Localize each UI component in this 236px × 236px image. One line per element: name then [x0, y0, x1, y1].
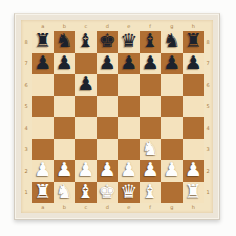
piece-white-pawn[interactable]: ♟	[142, 159, 159, 181]
square-c8[interactable]: ♝	[75, 31, 97, 53]
square-g5[interactable]	[161, 96, 183, 118]
piece-white-pawn[interactable]: ♟	[120, 159, 137, 181]
square-e1[interactable]: ♛	[118, 182, 140, 204]
square-c6[interactable]: ♟	[75, 74, 97, 96]
rank-label-7: 7	[205, 53, 211, 75]
square-g8[interactable]: ♞	[161, 31, 183, 53]
square-g4[interactable]	[161, 117, 183, 139]
square-f7[interactable]: ♟	[140, 53, 162, 75]
square-d5[interactable]	[97, 96, 119, 118]
rank-label-3: 3	[205, 139, 211, 161]
square-h4[interactable]	[183, 117, 205, 139]
piece-white-bishop[interactable]: ♝	[77, 181, 94, 203]
square-d8[interactable]: ♚	[97, 31, 119, 53]
square-b6[interactable]	[54, 74, 76, 96]
square-b1[interactable]: ♞	[54, 182, 76, 204]
piece-black-rook[interactable]: ♜	[34, 30, 51, 52]
square-a7[interactable]: ♟	[32, 53, 54, 75]
square-e6[interactable]	[118, 74, 140, 96]
square-a3[interactable]	[32, 139, 54, 161]
file-label-c: c	[75, 204, 97, 210]
piece-white-pawn[interactable]: ♟	[34, 159, 51, 181]
square-h6[interactable]	[183, 74, 205, 96]
square-g2[interactable]: ♟	[161, 160, 183, 182]
square-a6[interactable]	[32, 74, 54, 96]
square-h2[interactable]: ♟	[183, 160, 205, 182]
chess-board: ♜♞♝♚♛♝♞♜♟♟♟♟♟♟♟♟♞♟♟♟♟♟♟♟♟♜♞♝♚♛♝♜	[32, 31, 204, 203]
square-e3[interactable]	[118, 139, 140, 161]
file-label-a: a	[32, 204, 54, 210]
piece-black-pawn[interactable]: ♟	[120, 52, 137, 74]
file-label-h: h	[183, 204, 205, 210]
piece-white-queen[interactable]: ♛	[120, 181, 137, 203]
piece-black-pawn[interactable]: ♟	[142, 52, 159, 74]
rank-label-6: 6	[205, 74, 211, 96]
square-b5[interactable]	[54, 96, 76, 118]
square-e2[interactable]: ♟	[118, 160, 140, 182]
piece-black-pawn[interactable]: ♟	[77, 73, 94, 95]
square-g7[interactable]: ♟	[161, 53, 183, 75]
square-c1[interactable]: ♝	[75, 182, 97, 204]
square-d6[interactable]	[97, 74, 119, 96]
rank-label-4: 4	[205, 117, 211, 139]
rank-label-1: 1	[23, 182, 29, 204]
rank-label-2: 2	[205, 160, 211, 182]
square-d2[interactable]: ♟	[97, 160, 119, 182]
square-f8[interactable]: ♝	[140, 31, 162, 53]
piece-white-pawn[interactable]: ♟	[77, 159, 94, 181]
demo-board-frame: abcdefgh abcdefgh 87654321 87654321 ♜♞♝♚…	[14, 13, 220, 220]
rank-label-2: 2	[23, 160, 29, 182]
rank-label-5: 5	[23, 96, 29, 118]
square-a2[interactable]: ♟	[32, 160, 54, 182]
piece-black-bishop[interactable]: ♝	[77, 30, 94, 52]
square-g1[interactable]	[161, 182, 183, 204]
square-a4[interactable]	[32, 117, 54, 139]
rank-label-5: 5	[205, 96, 211, 118]
square-h5[interactable]	[183, 96, 205, 118]
piece-black-bishop[interactable]: ♝	[142, 30, 159, 52]
square-h3[interactable]	[183, 139, 205, 161]
piece-white-knight[interactable]: ♞	[142, 138, 159, 160]
piece-black-king[interactable]: ♚	[99, 30, 116, 52]
square-c4[interactable]	[75, 117, 97, 139]
square-c5[interactable]	[75, 96, 97, 118]
piece-white-pawn[interactable]: ♟	[99, 159, 116, 181]
piece-white-rook[interactable]: ♜	[34, 181, 51, 203]
piece-black-pawn[interactable]: ♟	[34, 52, 51, 74]
square-d1[interactable]: ♚	[97, 182, 119, 204]
file-label-f: f	[140, 204, 162, 210]
rank-label-7: 7	[23, 53, 29, 75]
square-h1[interactable]: ♜	[183, 182, 205, 204]
piece-white-rook[interactable]: ♜	[185, 181, 202, 203]
square-d7[interactable]: ♟	[97, 53, 119, 75]
square-c3[interactable]	[75, 139, 97, 161]
file-label-b: b	[54, 204, 76, 210]
square-e5[interactable]	[118, 96, 140, 118]
square-g6[interactable]	[161, 74, 183, 96]
piece-black-pawn[interactable]: ♟	[56, 52, 73, 74]
square-f4[interactable]	[140, 117, 162, 139]
square-f6[interactable]	[140, 74, 162, 96]
rank-label-8: 8	[205, 31, 211, 53]
square-h7[interactable]: ♟	[183, 53, 205, 75]
file-label-g: g	[161, 204, 183, 210]
square-b8[interactable]: ♞	[54, 31, 76, 53]
file-labels-bottom: abcdefgh	[32, 204, 204, 210]
rank-label-3: 3	[23, 139, 29, 161]
rank-labels-right: 87654321	[205, 31, 211, 203]
file-label-d: d	[97, 204, 119, 210]
piece-white-knight[interactable]: ♞	[56, 181, 73, 203]
square-e7[interactable]: ♟	[118, 53, 140, 75]
square-b3[interactable]	[54, 139, 76, 161]
piece-black-knight[interactable]: ♞	[56, 30, 73, 52]
rank-label-8: 8	[23, 31, 29, 53]
piece-white-king[interactable]: ♚	[99, 181, 116, 203]
square-a8[interactable]: ♜	[32, 31, 54, 53]
rank-label-6: 6	[23, 74, 29, 96]
square-b7[interactable]: ♟	[54, 53, 76, 75]
square-b4[interactable]	[54, 117, 76, 139]
piece-white-pawn[interactable]: ♟	[163, 159, 180, 181]
piece-black-queen[interactable]: ♛	[120, 30, 137, 52]
board-margin: abcdefgh abcdefgh 87654321 87654321 ♜♞♝♚…	[21, 20, 213, 213]
square-e4[interactable]	[118, 117, 140, 139]
square-d3[interactable]	[97, 139, 119, 161]
square-h8[interactable]: ♜	[183, 31, 205, 53]
file-label-e: e	[118, 204, 140, 210]
square-a5[interactable]	[32, 96, 54, 118]
square-f1[interactable]: ♝	[140, 182, 162, 204]
square-e8[interactable]: ♛	[118, 31, 140, 53]
square-d4[interactable]	[97, 117, 119, 139]
piece-black-pawn[interactable]: ♟	[185, 52, 202, 74]
rank-labels-left: 87654321	[23, 31, 29, 203]
square-f2[interactable]: ♟	[140, 160, 162, 182]
piece-white-bishop[interactable]: ♝	[142, 181, 159, 203]
square-c7[interactable]	[75, 53, 97, 75]
square-b2[interactable]: ♟	[54, 160, 76, 182]
rank-label-1: 1	[205, 182, 211, 204]
square-f5[interactable]	[140, 96, 162, 118]
square-a1[interactable]: ♜	[32, 182, 54, 204]
piece-white-pawn[interactable]: ♟	[185, 159, 202, 181]
square-f3[interactable]: ♞	[140, 139, 162, 161]
piece-black-knight[interactable]: ♞	[163, 30, 180, 52]
square-c2[interactable]: ♟	[75, 160, 97, 182]
rank-label-4: 4	[23, 117, 29, 139]
piece-black-pawn[interactable]: ♟	[99, 52, 116, 74]
piece-black-pawn[interactable]: ♟	[163, 52, 180, 74]
piece-black-rook[interactable]: ♜	[185, 30, 202, 52]
square-g3[interactable]	[161, 139, 183, 161]
piece-white-pawn[interactable]: ♟	[56, 159, 73, 181]
